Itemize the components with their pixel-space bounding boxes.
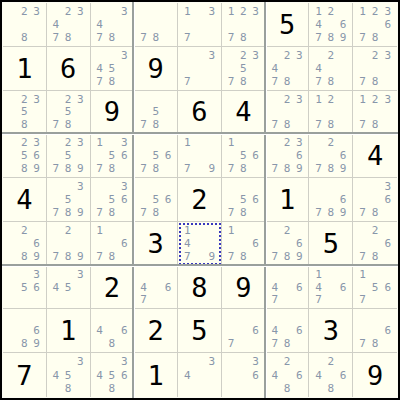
cell-r4c6[interactable]: 15678 xyxy=(222,134,266,178)
candidate-digit: 8 xyxy=(325,162,337,175)
empty-candidate-slot xyxy=(356,224,369,237)
empty-candidate-slot xyxy=(137,105,149,118)
empty-candidate-slot xyxy=(74,193,86,206)
empty-candidate-slot xyxy=(50,355,62,368)
cell-r2c4[interactable]: 9 xyxy=(134,47,178,91)
empty-candidate-slot xyxy=(293,382,305,395)
candidate-digit: 7 xyxy=(269,75,281,88)
candidate-digit: 6 xyxy=(162,193,174,206)
cell-r1c7[interactable]: 5 xyxy=(266,3,310,47)
cell-r5c5[interactable]: 2 xyxy=(178,178,222,222)
cell-r1c3[interactable]: 3478 xyxy=(91,3,135,47)
empty-candidate-slot xyxy=(369,193,382,206)
empty-candidate-slot xyxy=(237,237,249,250)
candidate-grid: 5678 xyxy=(137,180,174,219)
empty-candidate-slot xyxy=(325,268,337,281)
candidate-digit: 3 xyxy=(74,93,86,106)
candidate-grid: 78 xyxy=(137,5,174,44)
empty-candidate-slot xyxy=(269,268,281,281)
candidate-digit: 2 xyxy=(325,136,337,149)
cell-r3c8[interactable]: 1278 xyxy=(309,91,353,135)
empty-candidate-slot xyxy=(356,18,369,31)
candidate-digit: 8 xyxy=(106,75,118,88)
cell-r9c2[interactable]: 3458 xyxy=(47,353,91,397)
candidate-digit: 4 xyxy=(94,368,106,381)
candidate-digit: 7 xyxy=(312,31,324,44)
candidate-digit: 7 xyxy=(94,162,106,175)
empty-candidate-slot xyxy=(369,18,382,31)
empty-candidate-slot xyxy=(225,180,237,193)
empty-candidate-slot xyxy=(106,224,118,237)
candidate-digit: 6 xyxy=(249,149,261,162)
placed-digit: 4 xyxy=(222,91,265,134)
empty-candidate-slot xyxy=(137,193,149,206)
candidate-grid: 2468 xyxy=(312,355,349,395)
empty-candidate-slot xyxy=(381,224,394,237)
cell-r4c5[interactable]: 179 xyxy=(178,134,222,178)
placed-digit: 1 xyxy=(47,309,90,352)
empty-candidate-slot xyxy=(106,18,118,31)
candidate-grid: 678 xyxy=(356,311,394,350)
empty-candidate-slot xyxy=(225,62,237,75)
empty-candidate-slot xyxy=(269,382,281,395)
candidate-digit: 4 xyxy=(269,368,281,381)
candidate-digit: 8 xyxy=(62,118,74,131)
placed-digit: 2 xyxy=(178,178,221,221)
candidate-grid: 235789 xyxy=(50,136,87,175)
candidate-digit: 3 xyxy=(74,136,86,149)
empty-candidate-slot xyxy=(293,355,305,368)
cell-r3c7[interactable]: 2378 xyxy=(266,91,310,135)
candidate-digit: 1 xyxy=(225,136,237,149)
cell-r5c6[interactable]: 5678 xyxy=(222,178,266,222)
candidate-digit: 7 xyxy=(50,118,62,131)
cell-r8c8[interactable]: 3 xyxy=(309,309,353,353)
candidate-digit: 7 xyxy=(181,75,193,88)
empty-candidate-slot xyxy=(381,268,394,281)
empty-candidate-slot xyxy=(94,180,106,193)
empty-candidate-slot xyxy=(118,337,130,350)
candidate-digit: 7 xyxy=(356,75,369,88)
cell-r6c7[interactable]: 26789 xyxy=(266,222,310,266)
cell-r7c8[interactable]: 1467 xyxy=(309,266,353,310)
cell-r6c8[interactable]: 5 xyxy=(309,222,353,266)
candidate-digit: 7 xyxy=(356,337,369,350)
empty-candidate-slot xyxy=(181,18,193,31)
empty-candidate-slot xyxy=(6,162,18,175)
empty-candidate-slot xyxy=(281,311,293,324)
cell-r9c4[interactable]: 1 xyxy=(134,353,178,397)
empty-candidate-slot xyxy=(50,382,62,395)
cell-r8c7[interactable]: 4678 xyxy=(266,309,310,353)
cell-r4c9[interactable]: 4 xyxy=(353,134,397,178)
cell-r8c3[interactable]: 468 xyxy=(91,309,135,353)
candidate-digit: 7 xyxy=(269,250,281,263)
cell-r9c7[interactable]: 2468 xyxy=(266,353,310,397)
empty-candidate-slot xyxy=(337,136,349,149)
cell-r5c4[interactable]: 5678 xyxy=(134,178,178,222)
candidate-digit: 7 xyxy=(137,206,149,219)
empty-candidate-slot xyxy=(150,268,162,281)
empty-candidate-slot xyxy=(118,206,130,219)
empty-candidate-slot xyxy=(369,268,382,281)
candidate-digit: 6 xyxy=(118,324,130,337)
candidate-digit: 4 xyxy=(269,324,281,337)
cell-r1c5[interactable]: 137 xyxy=(178,3,222,47)
cell-r2c9[interactable]: 2378 xyxy=(353,47,397,91)
empty-candidate-slot xyxy=(381,105,394,118)
cell-r2c5[interactable]: 37 xyxy=(178,47,222,91)
cell-r7c3[interactable]: 2 xyxy=(91,266,135,310)
empty-candidate-slot xyxy=(249,31,261,44)
cell-r8c4[interactable]: 2 xyxy=(134,309,178,353)
candidate-digit: 6 xyxy=(31,237,43,250)
cell-r1c6[interactable]: 12378 xyxy=(222,3,266,47)
placed-digit: 2 xyxy=(91,266,134,309)
empty-candidate-slot xyxy=(325,281,337,294)
empty-candidate-slot xyxy=(249,136,261,149)
candidate-digit: 7 xyxy=(312,118,324,131)
candidate-grid: 2689 xyxy=(6,224,43,263)
empty-candidate-slot xyxy=(337,75,349,88)
empty-candidate-slot xyxy=(106,237,118,250)
empty-candidate-slot xyxy=(369,105,382,118)
candidate-digit: 9 xyxy=(74,250,86,263)
cell-r7c4[interactable]: 467 xyxy=(134,266,178,310)
candidate-digit: 7 xyxy=(312,206,324,219)
candidate-grid: 1678 xyxy=(94,224,131,263)
cell-r6c3[interactable]: 1678 xyxy=(91,222,135,266)
candidate-digit: 6 xyxy=(293,368,305,381)
cell-r5c8[interactable]: 6789 xyxy=(309,178,353,222)
candidate-digit: 4 xyxy=(312,62,324,75)
empty-candidate-slot xyxy=(281,149,293,162)
cell-r9c3[interactable]: 34568 xyxy=(91,353,135,397)
empty-candidate-slot xyxy=(356,105,369,118)
cell-r5c1[interactable]: 4 xyxy=(3,178,47,222)
cell-r6c5-selected[interactable]: 1479 xyxy=(178,222,222,266)
candidate-digit: 1 xyxy=(356,93,369,106)
empty-candidate-slot xyxy=(381,294,394,307)
cell-r4c4[interactable]: 5678 xyxy=(134,134,178,178)
candidate-digit: 6 xyxy=(249,368,261,381)
candidate-digit: 1 xyxy=(225,5,237,18)
cell-r4c8[interactable]: 26789 xyxy=(309,134,353,178)
candidate-digit: 8 xyxy=(62,31,74,44)
candidate-digit: 2 xyxy=(325,355,337,368)
candidate-grid: 123678 xyxy=(356,5,394,44)
candidate-digit: 2 xyxy=(325,5,337,18)
empty-candidate-slot xyxy=(269,237,281,250)
candidate-digit: 2 xyxy=(237,5,249,18)
candidate-grid: 35678 xyxy=(94,180,131,219)
candidate-digit: 1 xyxy=(181,224,193,237)
cell-r2c3[interactable]: 34578 xyxy=(91,47,135,91)
cell-r4c2[interactable]: 235789 xyxy=(47,134,91,178)
candidate-digit: 3 xyxy=(381,49,394,62)
empty-candidate-slot xyxy=(162,136,174,149)
empty-candidate-slot xyxy=(337,294,349,307)
empty-candidate-slot xyxy=(269,49,281,62)
cell-r9c1[interactable]: 7 xyxy=(3,353,47,397)
cell-r2c7[interactable]: 23478 xyxy=(266,47,310,91)
empty-candidate-slot xyxy=(225,237,237,250)
candidate-digit: 7 xyxy=(94,206,106,219)
candidate-digit: 1 xyxy=(356,268,369,281)
empty-candidate-slot xyxy=(356,237,369,250)
candidate-digit: 8 xyxy=(369,206,382,219)
cell-r3c5[interactable]: 6 xyxy=(178,91,222,135)
candidate-digit: 7 xyxy=(269,118,281,131)
empty-candidate-slot xyxy=(193,224,205,237)
empty-candidate-slot xyxy=(162,93,174,106)
empty-candidate-slot xyxy=(337,355,349,368)
cell-r2c6[interactable]: 23578 xyxy=(222,47,266,91)
candidate-digit: 2 xyxy=(18,93,30,106)
candidate-digit: 9 xyxy=(337,206,349,219)
cell-r5c7[interactable]: 1 xyxy=(266,178,310,222)
cell-r6c1[interactable]: 2689 xyxy=(3,222,47,266)
candidate-digit: 4 xyxy=(269,62,281,75)
candidate-digit: 5 xyxy=(150,193,162,206)
empty-candidate-slot xyxy=(369,324,382,337)
cell-r5c2[interactable]: 35789 xyxy=(47,178,91,222)
candidate-digit: 3 xyxy=(118,49,130,62)
cell-r3c9[interactable]: 12378 xyxy=(353,91,397,135)
candidate-digit: 6 xyxy=(337,281,349,294)
cell-r6c2[interactable]: 2789 xyxy=(47,222,91,266)
candidate-digit: 2 xyxy=(281,224,293,237)
empty-candidate-slot xyxy=(381,337,394,350)
empty-candidate-slot xyxy=(62,294,74,307)
cell-r6c4[interactable]: 3 xyxy=(134,222,178,266)
candidate-digit: 7 xyxy=(181,31,193,44)
candidate-digit: 6 xyxy=(118,237,130,250)
placed-digit: 5 xyxy=(309,222,352,265)
cell-r3c4[interactable]: 578 xyxy=(134,91,178,135)
candidate-digit: 8 xyxy=(106,162,118,175)
candidate-digit: 5 xyxy=(62,149,74,162)
candidate-digit: 8 xyxy=(18,162,30,175)
cell-r7c7[interactable]: 467 xyxy=(266,266,310,310)
cell-r7c1[interactable]: 356 xyxy=(3,266,47,310)
cell-r1c8[interactable]: 1246789 xyxy=(309,3,353,47)
empty-candidate-slot xyxy=(293,105,305,118)
candidate-digit: 3 xyxy=(31,136,43,149)
empty-candidate-slot xyxy=(74,294,86,307)
empty-candidate-slot xyxy=(18,237,30,250)
cell-r8c1[interactable]: 689 xyxy=(3,309,47,353)
candidate-grid: 5678 xyxy=(137,136,174,175)
empty-candidate-slot xyxy=(94,311,106,324)
empty-candidate-slot xyxy=(6,93,18,106)
candidate-digit: 3 xyxy=(31,93,43,106)
cell-r4c7[interactable]: 236789 xyxy=(266,134,310,178)
empty-candidate-slot xyxy=(269,93,281,106)
empty-candidate-slot xyxy=(269,105,281,118)
empty-candidate-slot xyxy=(325,62,337,75)
candidate-digit: 2 xyxy=(62,5,74,18)
empty-candidate-slot xyxy=(6,324,18,337)
empty-candidate-slot xyxy=(6,149,18,162)
cell-r8c2[interactable]: 1 xyxy=(47,309,91,353)
empty-candidate-slot xyxy=(31,118,43,131)
candidate-digit: 9 xyxy=(206,250,218,263)
candidate-digit: 8 xyxy=(150,206,162,219)
candidate-digit: 4 xyxy=(312,281,324,294)
empty-candidate-slot xyxy=(118,382,130,395)
empty-candidate-slot xyxy=(356,180,369,193)
empty-candidate-slot xyxy=(281,62,293,75)
candidate-grid: 1278 xyxy=(312,93,349,132)
candidate-digit: 6 xyxy=(293,149,305,162)
candidate-digit: 6 xyxy=(381,18,394,31)
candidate-digit: 7 xyxy=(225,31,237,44)
candidate-digit: 2 xyxy=(62,136,74,149)
cell-r5c3[interactable]: 35678 xyxy=(91,178,135,222)
cell-r9c6[interactable]: 36 xyxy=(222,353,266,397)
empty-candidate-slot xyxy=(369,62,382,75)
candidate-digit: 7 xyxy=(137,294,149,307)
cell-r7c6[interactable]: 9 xyxy=(222,266,266,310)
cell-r1c2[interactable]: 23478 xyxy=(47,3,91,47)
empty-candidate-slot xyxy=(118,18,130,31)
cell-r8c6[interactable]: 67 xyxy=(222,309,266,353)
cell-r2c2[interactable]: 6 xyxy=(47,47,91,91)
empty-candidate-slot xyxy=(181,355,193,368)
empty-candidate-slot xyxy=(381,75,394,88)
cell-r9c5[interactable]: 34 xyxy=(178,353,222,397)
placed-digit: 5 xyxy=(266,3,309,46)
empty-candidate-slot xyxy=(337,180,349,193)
candidate-grid: 1479 xyxy=(181,224,218,263)
empty-candidate-slot xyxy=(193,382,205,395)
empty-candidate-slot xyxy=(74,149,86,162)
empty-candidate-slot xyxy=(6,294,18,307)
empty-candidate-slot xyxy=(249,382,261,395)
placed-digit: 9 xyxy=(353,353,397,397)
candidate-digit: 3 xyxy=(74,180,86,193)
cell-r1c9[interactable]: 123678 xyxy=(353,3,397,47)
cell-r3c1[interactable]: 2358 xyxy=(3,91,47,135)
candidate-digit: 5 xyxy=(62,281,74,294)
cell-r7c5[interactable]: 8 xyxy=(178,266,222,310)
candidate-digit: 5 xyxy=(18,149,30,162)
empty-candidate-slot xyxy=(206,224,218,237)
cell-r2c1[interactable]: 1 xyxy=(3,47,47,91)
candidate-digit: 2 xyxy=(62,93,74,106)
candidate-grid: 3478 xyxy=(94,5,131,44)
cell-r9c9[interactable]: 9 xyxy=(353,353,397,397)
empty-candidate-slot xyxy=(50,149,62,162)
empty-candidate-slot xyxy=(137,180,149,193)
empty-candidate-slot xyxy=(137,93,149,106)
candidate-digit: 4 xyxy=(50,281,62,294)
candidate-digit: 6 xyxy=(381,237,394,250)
candidate-digit: 8 xyxy=(237,250,249,263)
candidate-grid: 467 xyxy=(137,268,174,307)
cell-r7c2[interactable]: 345 xyxy=(47,266,91,310)
empty-candidate-slot xyxy=(118,31,130,44)
candidate-digit: 6 xyxy=(293,281,305,294)
empty-candidate-slot xyxy=(237,368,249,381)
candidate-digit: 3 xyxy=(293,93,305,106)
candidate-digit: 2 xyxy=(325,49,337,62)
candidate-digit: 5 xyxy=(150,105,162,118)
empty-candidate-slot xyxy=(50,268,62,281)
candidate-digit: 1 xyxy=(312,93,324,106)
empty-candidate-slot xyxy=(337,382,349,395)
candidate-grid: 135678 xyxy=(94,136,131,175)
empty-candidate-slot xyxy=(31,294,43,307)
empty-candidate-slot xyxy=(31,224,43,237)
candidate-digit: 4 xyxy=(50,368,62,381)
candidate-digit: 4 xyxy=(94,324,106,337)
cell-r3c2[interactable]: 23578 xyxy=(47,91,91,135)
empty-candidate-slot xyxy=(381,206,394,219)
empty-candidate-slot xyxy=(50,93,62,106)
cell-r7c9[interactable]: 1567 xyxy=(353,266,397,310)
cell-r8c5[interactable]: 5 xyxy=(178,309,222,353)
candidate-digit: 8 xyxy=(281,118,293,131)
empty-candidate-slot xyxy=(137,5,149,18)
cell-r8c9[interactable]: 678 xyxy=(353,309,397,353)
cell-r4c1[interactable]: 235689 xyxy=(3,134,47,178)
candidate-grid: 1467 xyxy=(312,268,349,307)
cell-r3c3[interactable]: 9 xyxy=(91,91,135,135)
cell-r6c9[interactable]: 2678 xyxy=(353,222,397,266)
candidate-grid: 23478 xyxy=(269,49,306,88)
cell-r3c6[interactable]: 4 xyxy=(222,91,266,135)
empty-candidate-slot xyxy=(337,49,349,62)
candidate-digit: 5 xyxy=(62,368,74,381)
empty-candidate-slot xyxy=(249,337,261,350)
candidate-digit: 3 xyxy=(381,93,394,106)
cell-r1c4[interactable]: 78 xyxy=(134,3,178,47)
empty-candidate-slot xyxy=(137,268,149,281)
candidate-digit: 2 xyxy=(369,49,382,62)
cell-r6c6[interactable]: 1678 xyxy=(222,222,266,266)
candidate-digit: 3 xyxy=(118,180,130,193)
candidate-digit: 9 xyxy=(31,162,43,175)
cell-r2c8[interactable]: 2478 xyxy=(309,47,353,91)
candidate-digit: 5 xyxy=(106,368,118,381)
candidate-digit: 6 xyxy=(249,237,261,250)
empty-candidate-slot xyxy=(74,224,86,237)
candidate-grid: 34 xyxy=(181,355,218,395)
cell-r4c3[interactable]: 135678 xyxy=(91,134,135,178)
candidate-digit: 6 xyxy=(249,324,261,337)
empty-candidate-slot xyxy=(94,149,106,162)
empty-candidate-slot xyxy=(312,180,324,193)
placed-digit: 2 xyxy=(134,309,177,352)
empty-candidate-slot xyxy=(94,193,106,206)
empty-candidate-slot xyxy=(74,105,86,118)
empty-candidate-slot xyxy=(74,18,86,31)
cell-r1c1[interactable]: 238 xyxy=(3,3,47,47)
candidate-digit: 8 xyxy=(106,337,118,350)
empty-candidate-slot xyxy=(206,382,218,395)
placed-digit: 4 xyxy=(353,134,397,177)
empty-candidate-slot xyxy=(31,105,43,118)
empty-candidate-slot xyxy=(74,368,86,381)
empty-candidate-slot xyxy=(118,162,130,175)
empty-candidate-slot xyxy=(162,105,174,118)
cell-r5c9[interactable]: 3678 xyxy=(353,178,397,222)
cell-r9c8[interactable]: 2468 xyxy=(309,353,353,397)
empty-candidate-slot xyxy=(193,237,205,250)
candidate-grid: 2789 xyxy=(50,224,87,263)
